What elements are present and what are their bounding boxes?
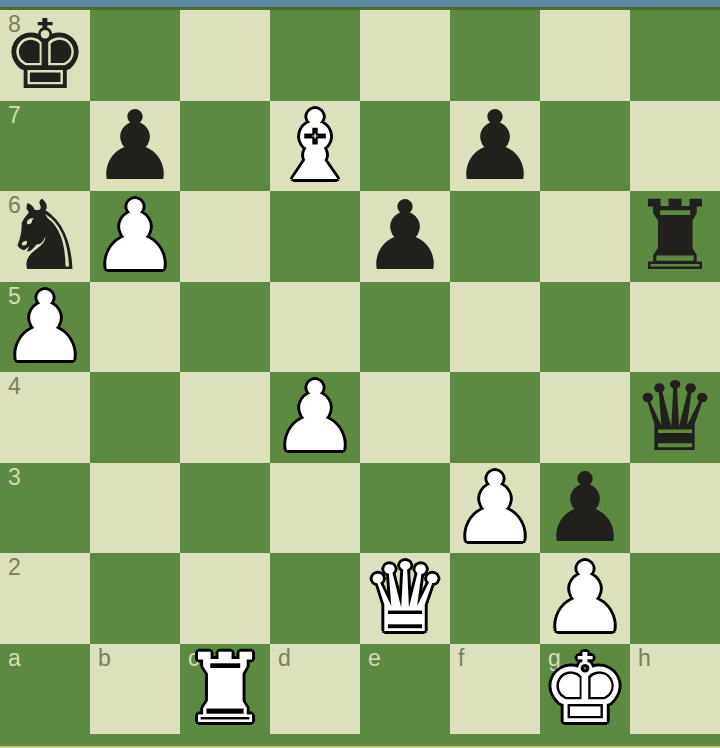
square-e5[interactable]	[360, 282, 450, 373]
square-g1[interactable]: g♚	[540, 644, 630, 735]
piece-white-queen[interactable]: ♛	[362, 553, 448, 644]
square-h6[interactable]: ♜	[630, 191, 720, 282]
square-e2[interactable]: ♛	[360, 553, 450, 644]
square-e8[interactable]	[360, 10, 450, 101]
square-a6[interactable]: 6♞	[0, 191, 90, 282]
square-h7[interactable]	[630, 101, 720, 192]
rank-label-3: 3	[8, 465, 21, 490]
square-e3[interactable]	[360, 463, 450, 554]
file-label-a: a	[8, 646, 21, 671]
square-h1[interactable]: h	[630, 644, 720, 735]
square-g4[interactable]	[540, 372, 630, 463]
square-c4[interactable]	[180, 372, 270, 463]
file-label-f: f	[458, 646, 464, 671]
square-e7[interactable]	[360, 101, 450, 192]
square-d2[interactable]	[270, 553, 360, 644]
piece-black-king[interactable]: ♚	[2, 10, 88, 101]
square-d3[interactable]	[270, 463, 360, 554]
square-d8[interactable]	[270, 10, 360, 101]
square-a7[interactable]: 7	[0, 101, 90, 192]
square-b1[interactable]: b	[90, 644, 180, 735]
chess-board: 8♚7♟♝♟6♞♟♟♜5♟4♟♛3♟♟2♛♟abc♜defg♚h	[0, 10, 720, 734]
square-h4[interactable]: ♛	[630, 372, 720, 463]
file-label-d: d	[278, 646, 291, 671]
square-b4[interactable]	[90, 372, 180, 463]
square-b2[interactable]	[90, 553, 180, 644]
square-h5[interactable]	[630, 282, 720, 373]
piece-black-pawn[interactable]: ♟	[452, 101, 538, 192]
square-d7[interactable]: ♝	[270, 101, 360, 192]
square-g8[interactable]	[540, 10, 630, 101]
square-f4[interactable]	[450, 372, 540, 463]
square-b5[interactable]	[90, 282, 180, 373]
square-f2[interactable]	[450, 553, 540, 644]
status-bar	[0, 0, 720, 7]
square-d5[interactable]	[270, 282, 360, 373]
piece-white-bishop[interactable]: ♝	[272, 101, 358, 192]
square-a8[interactable]: 8♚	[0, 10, 90, 101]
square-h3[interactable]	[630, 463, 720, 554]
square-f7[interactable]: ♟	[450, 101, 540, 192]
rank-label-2: 2	[8, 555, 21, 580]
square-g5[interactable]	[540, 282, 630, 373]
piece-black-knight[interactable]: ♞	[2, 191, 88, 282]
piece-white-king[interactable]: ♚	[542, 644, 628, 735]
piece-black-pawn[interactable]: ♟	[542, 463, 628, 554]
square-b7[interactable]: ♟	[90, 101, 180, 192]
square-f6[interactable]	[450, 191, 540, 282]
file-label-b: b	[98, 646, 111, 671]
square-h2[interactable]	[630, 553, 720, 644]
square-d1[interactable]: d	[270, 644, 360, 735]
square-g2[interactable]: ♟	[540, 553, 630, 644]
square-d4[interactable]: ♟	[270, 372, 360, 463]
square-f5[interactable]	[450, 282, 540, 373]
file-label-h: h	[638, 646, 651, 671]
square-e4[interactable]	[360, 372, 450, 463]
square-f1[interactable]: f	[450, 644, 540, 735]
square-g6[interactable]	[540, 191, 630, 282]
square-a4[interactable]: 4	[0, 372, 90, 463]
square-a2[interactable]: 2	[0, 553, 90, 644]
square-c1[interactable]: c♜	[180, 644, 270, 735]
piece-white-pawn[interactable]: ♟	[2, 282, 88, 373]
square-d6[interactable]	[270, 191, 360, 282]
piece-white-pawn[interactable]: ♟	[272, 372, 358, 463]
square-a5[interactable]: 5♟	[0, 282, 90, 373]
chess-app-screen: 8♚7♟♝♟6♞♟♟♜5♟4♟♛3♟♟2♛♟abc♜defg♚h	[0, 0, 720, 748]
piece-black-rook[interactable]: ♜	[632, 191, 718, 282]
square-f3[interactable]: ♟	[450, 463, 540, 554]
square-c3[interactable]	[180, 463, 270, 554]
square-c5[interactable]	[180, 282, 270, 373]
square-e6[interactable]: ♟	[360, 191, 450, 282]
square-c2[interactable]	[180, 553, 270, 644]
piece-black-queen[interactable]: ♛	[632, 372, 718, 463]
square-h8[interactable]	[630, 10, 720, 101]
square-e1[interactable]: e	[360, 644, 450, 735]
square-c8[interactable]	[180, 10, 270, 101]
piece-white-pawn[interactable]: ♟	[452, 463, 538, 554]
square-a3[interactable]: 3	[0, 463, 90, 554]
square-c7[interactable]	[180, 101, 270, 192]
piece-black-pawn[interactable]: ♟	[362, 191, 448, 282]
square-b8[interactable]	[90, 10, 180, 101]
square-c6[interactable]	[180, 191, 270, 282]
square-a1[interactable]: a	[0, 644, 90, 735]
piece-black-pawn[interactable]: ♟	[92, 101, 178, 192]
piece-white-pawn[interactable]: ♟	[542, 553, 628, 644]
square-f8[interactable]	[450, 10, 540, 101]
square-b6[interactable]: ♟	[90, 191, 180, 282]
piece-white-rook[interactable]: ♜	[182, 644, 268, 735]
piece-white-pawn[interactable]: ♟	[92, 191, 178, 282]
square-g7[interactable]	[540, 101, 630, 192]
square-b3[interactable]	[90, 463, 180, 554]
square-g3[interactable]: ♟	[540, 463, 630, 554]
